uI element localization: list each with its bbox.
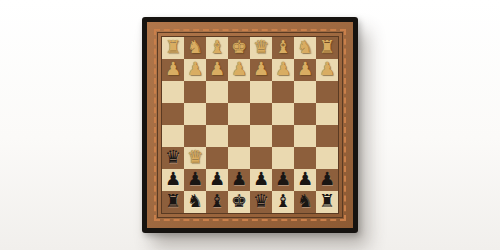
square-a4[interactable]: [316, 103, 338, 125]
black-rook: ♜: [165, 192, 181, 210]
square-c4[interactable]: [272, 103, 294, 125]
square-e1[interactable]: ♚: [228, 37, 250, 59]
white-pawn: ♟: [253, 60, 269, 78]
square-h8[interactable]: ♜: [162, 191, 184, 213]
square-h7[interactable]: ♟: [162, 169, 184, 191]
black-king: ♚: [231, 192, 247, 210]
square-c2[interactable]: ♟: [272, 59, 294, 81]
white-pawn: ♟: [297, 60, 313, 78]
white-pawn: ♟: [275, 60, 291, 78]
square-g7[interactable]: ♟: [184, 169, 206, 191]
square-e2[interactable]: ♟: [228, 59, 250, 81]
square-h6[interactable]: ♛: [162, 147, 184, 169]
square-a8[interactable]: ♜: [316, 191, 338, 213]
square-d5[interactable]: [250, 125, 272, 147]
black-knight: ♞: [187, 192, 203, 210]
square-b3[interactable]: [294, 81, 316, 103]
square-b5[interactable]: [294, 125, 316, 147]
white-rook: ♜: [319, 38, 335, 56]
square-a1[interactable]: ♜: [316, 37, 338, 59]
board-squares-grid: ♜♞♝♚♛♝♞♜♟♟♟♟♟♟♟♟♛♛♟♟♟♟♟♟♟♟♜♞♝♚♛♝♞♜: [161, 36, 339, 214]
square-d8[interactable]: ♛: [250, 191, 272, 213]
board-walnut-border: ♜♞♝♚♛♝♞♜♟♟♟♟♟♟♟♟♛♛♟♟♟♟♟♟♟♟♜♞♝♚♛♝♞♜: [147, 22, 353, 228]
square-d6[interactable]: [250, 147, 272, 169]
square-e7[interactable]: ♟: [228, 169, 250, 191]
white-pawn: ♟: [209, 60, 225, 78]
square-e5[interactable]: [228, 125, 250, 147]
black-bishop: ♝: [209, 192, 225, 210]
studio-backdrop: ♜♞♝♚♛♝♞♜♟♟♟♟♟♟♟♟♛♛♟♟♟♟♟♟♟♟♜♞♝♚♛♝♞♜: [0, 0, 500, 250]
square-f4[interactable]: [206, 103, 228, 125]
square-g3[interactable]: [184, 81, 206, 103]
square-e8[interactable]: ♚: [228, 191, 250, 213]
chess-board: ♜♞♝♚♛♝♞♜♟♟♟♟♟♟♟♟♛♛♟♟♟♟♟♟♟♟♜♞♝♚♛♝♞♜: [142, 17, 358, 233]
white-queen: ♛: [253, 38, 269, 56]
white-pawn: ♟: [187, 60, 203, 78]
white-king: ♚: [231, 38, 247, 56]
square-f8[interactable]: ♝: [206, 191, 228, 213]
square-h3[interactable]: [162, 81, 184, 103]
square-c1[interactable]: ♝: [272, 37, 294, 59]
white-bishop: ♝: [209, 38, 225, 56]
white-pawn: ♟: [231, 60, 247, 78]
white-pawn: ♟: [319, 60, 335, 78]
square-a7[interactable]: ♟: [316, 169, 338, 191]
square-a2[interactable]: ♟: [316, 59, 338, 81]
white-bishop: ♝: [275, 38, 291, 56]
square-f2[interactable]: ♟: [206, 59, 228, 81]
square-b6[interactable]: [294, 147, 316, 169]
black-pawn: ♟: [319, 170, 335, 188]
square-a5[interactable]: [316, 125, 338, 147]
white-knight: ♞: [297, 38, 313, 56]
square-c8[interactable]: ♝: [272, 191, 294, 213]
square-c3[interactable]: [272, 81, 294, 103]
square-h4[interactable]: [162, 103, 184, 125]
square-g4[interactable]: [184, 103, 206, 125]
black-pawn: ♟: [275, 170, 291, 188]
square-d3[interactable]: [250, 81, 272, 103]
square-g5[interactable]: [184, 125, 206, 147]
black-rook: ♜: [319, 192, 335, 210]
black-pawn: ♟: [187, 170, 203, 188]
square-e3[interactable]: [228, 81, 250, 103]
square-c6[interactable]: [272, 147, 294, 169]
black-pawn: ♟: [231, 170, 247, 188]
square-b8[interactable]: ♞: [294, 191, 316, 213]
black-queen: ♛: [253, 192, 269, 210]
square-d7[interactable]: ♟: [250, 169, 272, 191]
square-b1[interactable]: ♞: [294, 37, 316, 59]
square-b7[interactable]: ♟: [294, 169, 316, 191]
square-b4[interactable]: [294, 103, 316, 125]
black-bishop: ♝: [275, 192, 291, 210]
square-f5[interactable]: [206, 125, 228, 147]
square-e4[interactable]: [228, 103, 250, 125]
square-h1[interactable]: ♜: [162, 37, 184, 59]
square-f7[interactable]: ♟: [206, 169, 228, 191]
square-c5[interactable]: [272, 125, 294, 147]
white-rook: ♜: [165, 38, 181, 56]
black-pawn: ♟: [165, 170, 181, 188]
square-g6[interactable]: ♛: [184, 147, 206, 169]
black-pawn: ♟: [297, 170, 313, 188]
square-h5[interactable]: [162, 125, 184, 147]
board-black-molded-frame: ♜♞♝♚♛♝♞♜♟♟♟♟♟♟♟♟♛♛♟♟♟♟♟♟♟♟♜♞♝♚♛♝♞♜: [142, 17, 358, 233]
white-pawn: ♟: [165, 60, 181, 78]
black-pawn: ♟: [253, 170, 269, 188]
square-f6[interactable]: [206, 147, 228, 169]
square-c7[interactable]: ♟: [272, 169, 294, 191]
square-a3[interactable]: [316, 81, 338, 103]
black-knight: ♞: [297, 192, 313, 210]
black-queen: ♛: [165, 148, 181, 166]
white-queen: ♛: [187, 148, 203, 166]
black-pawn: ♟: [209, 170, 225, 188]
square-g8[interactable]: ♞: [184, 191, 206, 213]
square-g1[interactable]: ♞: [184, 37, 206, 59]
square-d1[interactable]: ♛: [250, 37, 272, 59]
square-f3[interactable]: [206, 81, 228, 103]
square-g2[interactable]: ♟: [184, 59, 206, 81]
square-h2[interactable]: ♟: [162, 59, 184, 81]
square-e6[interactable]: [228, 147, 250, 169]
square-f1[interactable]: ♝: [206, 37, 228, 59]
square-b2[interactable]: ♟: [294, 59, 316, 81]
square-d2[interactable]: ♟: [250, 59, 272, 81]
white-knight: ♞: [187, 38, 203, 56]
square-d4[interactable]: [250, 103, 272, 125]
square-a6[interactable]: [316, 147, 338, 169]
